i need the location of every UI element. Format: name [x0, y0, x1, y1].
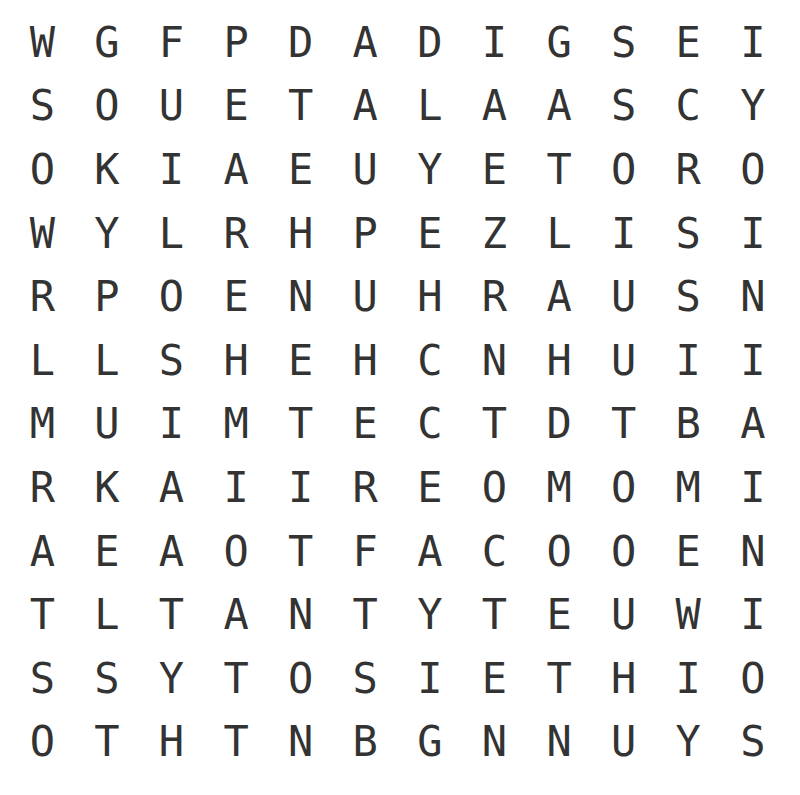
grid-cell-r2c7[interactable]: L: [398, 75, 463, 139]
grid-cell-r8c3[interactable]: A: [139, 456, 204, 520]
grid-cell-r11c9[interactable]: T: [527, 647, 592, 711]
grid-cell-r1c4[interactable]: P: [204, 11, 269, 75]
grid-cell-r2c9[interactable]: A: [527, 75, 592, 139]
grid-cell-r4c7[interactable]: E: [398, 202, 463, 266]
grid-cell-r9c3[interactable]: A: [139, 520, 204, 584]
grid-cell-r6c3[interactable]: S: [139, 329, 204, 393]
grid-cell-r3c3[interactable]: I: [139, 138, 204, 202]
grid-cell-r10c1[interactable]: T: [10, 583, 75, 647]
grid-cell-r12c1[interactable]: O: [10, 711, 75, 775]
grid-cell-r9c12[interactable]: N: [721, 520, 786, 584]
grid-cell-r8c1[interactable]: R: [10, 456, 75, 520]
grid-cell-r4c9[interactable]: L: [527, 202, 592, 266]
grid-cell-r3c9[interactable]: T: [527, 138, 592, 202]
grid-cell-r2c5[interactable]: T: [268, 75, 333, 139]
grid-cell-r5c12[interactable]: N: [721, 265, 786, 329]
grid-cell-r6c1[interactable]: L: [10, 329, 75, 393]
grid-cell-r5c4[interactable]: E: [204, 265, 269, 329]
grid-cell-r8c11[interactable]: M: [656, 456, 721, 520]
grid-cell-r6c9[interactable]: H: [527, 329, 592, 393]
grid-cell-r10c2[interactable]: L: [75, 583, 140, 647]
grid-cell-r12c2[interactable]: T: [75, 711, 140, 775]
grid-cell-r8c4[interactable]: I: [204, 456, 269, 520]
grid-cell-r3c12[interactable]: O: [721, 138, 786, 202]
grid-cell-r8c9[interactable]: M: [527, 456, 592, 520]
grid-cell-r3c6[interactable]: U: [333, 138, 398, 202]
grid-cell-r6c4[interactable]: H: [204, 329, 269, 393]
grid-cell-r2c11[interactable]: C: [656, 75, 721, 139]
grid-cell-r1c10[interactable]: S: [591, 11, 656, 75]
grid-cell-r1c9[interactable]: G: [527, 11, 592, 75]
grid-cell-r11c10[interactable]: H: [591, 647, 656, 711]
grid-cell-r8c6[interactable]: R: [333, 456, 398, 520]
grid-cell-r5c8[interactable]: R: [462, 265, 527, 329]
grid-cell-r12c7[interactable]: G: [398, 711, 463, 775]
grid-cell-r7c6[interactable]: E: [333, 393, 398, 457]
grid-cell-r7c11[interactable]: B: [656, 393, 721, 457]
grid-cell-r8c7[interactable]: E: [398, 456, 463, 520]
grid-cell-r12c5[interactable]: N: [268, 711, 333, 775]
grid-cell-r4c4[interactable]: R: [204, 202, 269, 266]
grid-cell-r3c4[interactable]: A: [204, 138, 269, 202]
grid-cell-r3c1[interactable]: O: [10, 138, 75, 202]
grid-cell-r12c9[interactable]: N: [527, 711, 592, 775]
grid-cell-r12c3[interactable]: H: [139, 711, 204, 775]
grid-cell-r11c8[interactable]: E: [462, 647, 527, 711]
grid-cell-r4c10[interactable]: I: [591, 202, 656, 266]
grid-cell-r10c7[interactable]: Y: [398, 583, 463, 647]
grid-cell-r5c6[interactable]: U: [333, 265, 398, 329]
grid-cell-r11c12[interactable]: O: [721, 647, 786, 711]
grid-cell-r1c6[interactable]: A: [333, 11, 398, 75]
grid-cell-r2c2[interactable]: O: [75, 75, 140, 139]
grid-cell-r4c6[interactable]: P: [333, 202, 398, 266]
grid-cell-r7c10[interactable]: T: [591, 393, 656, 457]
grid-cell-r2c8[interactable]: A: [462, 75, 527, 139]
grid-cell-r11c6[interactable]: S: [333, 647, 398, 711]
grid-cell-r2c1[interactable]: S: [10, 75, 75, 139]
grid-cell-r1c5[interactable]: D: [268, 11, 333, 75]
grid-cell-r6c11[interactable]: I: [656, 329, 721, 393]
grid-cell-r1c8[interactable]: I: [462, 11, 527, 75]
grid-cell-r12c8[interactable]: N: [462, 711, 527, 775]
grid-cell-r5c1[interactable]: R: [10, 265, 75, 329]
grid-cell-r12c10[interactable]: U: [591, 711, 656, 775]
grid-cell-r11c3[interactable]: Y: [139, 647, 204, 711]
grid-cell-r11c4[interactable]: T: [204, 647, 269, 711]
grid-cell-r12c12[interactable]: S: [721, 711, 786, 775]
grid-cell-r3c5[interactable]: E: [268, 138, 333, 202]
grid-cell-r2c4[interactable]: E: [204, 75, 269, 139]
grid-cell-r9c6[interactable]: F: [333, 520, 398, 584]
grid-cell-r1c2[interactable]: G: [75, 11, 140, 75]
grid-cell-r6c5[interactable]: E: [268, 329, 333, 393]
grid-cell-r1c3[interactable]: F: [139, 11, 204, 75]
grid-cell-r4c3[interactable]: L: [139, 202, 204, 266]
grid-cell-r6c12[interactable]: I: [721, 329, 786, 393]
grid-cell-r6c8[interactable]: N: [462, 329, 527, 393]
grid-cell-r8c8[interactable]: O: [462, 456, 527, 520]
grid-cell-r2c10[interactable]: S: [591, 75, 656, 139]
grid-cell-r7c9[interactable]: D: [527, 393, 592, 457]
grid-cell-r11c11[interactable]: I: [656, 647, 721, 711]
grid-cell-r10c12[interactable]: I: [721, 583, 786, 647]
grid-cell-r1c7[interactable]: D: [398, 11, 463, 75]
word-search-grid: WGFPDADIGSEISOUETALAASCYOKIAEUYETOROWYLR…: [10, 11, 785, 774]
grid-cell-r10c11[interactable]: W: [656, 583, 721, 647]
grid-cell-r5c10[interactable]: U: [591, 265, 656, 329]
grid-cell-r5c9[interactable]: A: [527, 265, 592, 329]
grid-cell-r2c3[interactable]: U: [139, 75, 204, 139]
grid-cell-r7c4[interactable]: M: [204, 393, 269, 457]
grid-cell-r10c6[interactable]: T: [333, 583, 398, 647]
grid-cell-r7c8[interactable]: T: [462, 393, 527, 457]
grid-cell-r6c7[interactable]: C: [398, 329, 463, 393]
grid-cell-r2c6[interactable]: A: [333, 75, 398, 139]
grid-cell-r3c2[interactable]: K: [75, 138, 140, 202]
grid-cell-r12c6[interactable]: B: [333, 711, 398, 775]
grid-cell-r4c5[interactable]: H: [268, 202, 333, 266]
grid-cell-r8c12[interactable]: I: [721, 456, 786, 520]
grid-cell-r7c3[interactable]: I: [139, 393, 204, 457]
grid-cell-r11c1[interactable]: S: [10, 647, 75, 711]
grid-cell-r10c9[interactable]: E: [527, 583, 592, 647]
grid-cell-r5c5[interactable]: N: [268, 265, 333, 329]
grid-cell-r10c10[interactable]: U: [591, 583, 656, 647]
grid-cell-r11c7[interactable]: I: [398, 647, 463, 711]
grid-cell-r9c5[interactable]: T: [268, 520, 333, 584]
grid-cell-r3c8[interactable]: E: [462, 138, 527, 202]
grid-cell-r3c7[interactable]: Y: [398, 138, 463, 202]
grid-cell-r12c11[interactable]: Y: [656, 711, 721, 775]
grid-cell-r9c4[interactable]: O: [204, 520, 269, 584]
grid-cell-r10c8[interactable]: T: [462, 583, 527, 647]
grid-cell-r7c7[interactable]: C: [398, 393, 463, 457]
grid-cell-r8c2[interactable]: K: [75, 456, 140, 520]
grid-cell-r6c2[interactable]: L: [75, 329, 140, 393]
grid-cell-r11c5[interactable]: O: [268, 647, 333, 711]
grid-cell-r6c6[interactable]: H: [333, 329, 398, 393]
grid-cell-r8c10[interactable]: O: [591, 456, 656, 520]
grid-cell-r8c5[interactable]: I: [268, 456, 333, 520]
grid-cell-r4c1[interactable]: W: [10, 202, 75, 266]
grid-cell-r9c8[interactable]: C: [462, 520, 527, 584]
word-search-page: WGFPDADIGSEISOUETALAASCYOKIAEUYETOROWYLR…: [0, 0, 800, 795]
grid-cell-r2c12[interactable]: Y: [721, 75, 786, 139]
grid-cell-r7c5[interactable]: T: [268, 393, 333, 457]
grid-cell-r12c4[interactable]: T: [204, 711, 269, 775]
grid-cell-r7c12[interactable]: A: [721, 393, 786, 457]
grid-cell-r5c2[interactable]: P: [75, 265, 140, 329]
grid-cell-r9c11[interactable]: E: [656, 520, 721, 584]
grid-cell-r1c12[interactable]: I: [721, 11, 786, 75]
grid-cell-r4c8[interactable]: Z: [462, 202, 527, 266]
grid-cell-r9c2[interactable]: E: [75, 520, 140, 584]
grid-cell-r7c1[interactable]: M: [10, 393, 75, 457]
grid-cell-r5c3[interactable]: O: [139, 265, 204, 329]
grid-cell-r10c5[interactable]: N: [268, 583, 333, 647]
grid-cell-r4c12[interactable]: I: [721, 202, 786, 266]
grid-cell-r5c7[interactable]: H: [398, 265, 463, 329]
grid-cell-r1c1[interactable]: W: [10, 11, 75, 75]
grid-cell-r7c2[interactable]: U: [75, 393, 140, 457]
grid-cell-r5c11[interactable]: S: [656, 265, 721, 329]
grid-cell-r1c11[interactable]: E: [656, 11, 721, 75]
grid-cell-r3c10[interactable]: O: [591, 138, 656, 202]
grid-cell-r9c7[interactable]: A: [398, 520, 463, 584]
grid-cell-r9c10[interactable]: O: [591, 520, 656, 584]
grid-cell-r3c11[interactable]: R: [656, 138, 721, 202]
grid-cell-r4c2[interactable]: Y: [75, 202, 140, 266]
grid-cell-r11c2[interactable]: S: [75, 647, 140, 711]
grid-cell-r4c11[interactable]: S: [656, 202, 721, 266]
grid-cell-r9c9[interactable]: O: [527, 520, 592, 584]
grid-cell-r10c3[interactable]: T: [139, 583, 204, 647]
grid-cell-r6c10[interactable]: U: [591, 329, 656, 393]
grid-cell-r9c1[interactable]: A: [10, 520, 75, 584]
grid-cell-r10c4[interactable]: A: [204, 583, 269, 647]
